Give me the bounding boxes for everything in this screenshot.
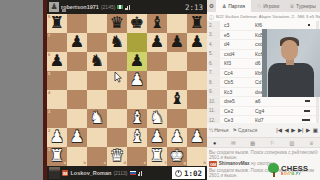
chat-tab-icon-6[interactable]: ♕ [309, 140, 314, 146]
white-move[interactable]: e5 [220, 32, 251, 38]
square-e6[interactable]: ♟ [127, 52, 147, 71]
square-d4[interactable] [107, 90, 127, 109]
panel-tab-label: Партия [228, 3, 245, 9]
top-player-name[interactable]: robertson1971 [61, 4, 99, 10]
mouse-cursor [114, 69, 123, 87]
system-message: Вы создали вызов. Поиск соперника с рейт… [209, 150, 318, 161]
move-number: 10. [207, 97, 220, 106]
game-controls: ½ Ничья ⚑ Сдаться |◀◀▶▶|▶▣ [207, 124, 320, 136]
black-pawn: ♟ [147, 32, 167, 52]
black-rook: ♜ [187, 13, 207, 33]
nav-next-button[interactable]: ▶ [291, 127, 295, 133]
rank-label: 5 [48, 72, 50, 76]
file-label: e [144, 161, 146, 165]
square-c1[interactable]: c [87, 147, 107, 166]
white-bishop: ♝ [127, 108, 147, 128]
white-move[interactable]: Кc3 [220, 89, 251, 95]
chat-tab-icon-4[interactable]: ⚐ [270, 140, 275, 146]
square-d1[interactable]: ♛d [107, 147, 127, 166]
bottom-player-title-badge: IM [62, 170, 68, 176]
gear-icon[interactable]: ⚙ [207, 0, 216, 12]
bottom-player-clock: 1:02 [172, 167, 205, 179]
bottom-player-name[interactable]: Loskov_Roman [70, 170, 111, 176]
chess-board[interactable]: ♜8♛♚♝♜7♟♞♟♟♟♟6♞♟5♟4♝3♞♝♞♟2♟♝♟♟♟♜1abc♛de♜… [47, 14, 207, 166]
square-f1[interactable]: ♜f [147, 147, 167, 166]
nav-first-button[interactable]: |◀ [276, 127, 282, 133]
move-number: 5. [207, 50, 220, 59]
square-c4[interactable] [87, 90, 107, 109]
white-pawn: ♟ [147, 127, 167, 147]
square-d8[interactable]: ♛ [107, 14, 127, 33]
move-time-bar [304, 110, 310, 112]
move-number: 6. [207, 59, 220, 68]
square-a6[interactable]: ♟6 [47, 52, 67, 71]
white-move[interactable]: Сc4 [220, 70, 251, 76]
streamer-torso [268, 63, 314, 97]
black-bishop: ♝ [167, 89, 187, 109]
white-pawn: ♟ [127, 70, 147, 90]
file-label: f [165, 161, 166, 165]
black-pawn: ♟ [167, 32, 187, 52]
black-move[interactable]: a6 [251, 98, 282, 104]
move-number: 11. [207, 107, 220, 116]
file-label: a [64, 161, 66, 165]
flag-icon: ⚑ [233, 127, 237, 133]
square-c2[interactable] [87, 128, 107, 147]
offer-draw-button[interactable]: ½ Ничья [209, 127, 229, 133]
offer-draw-label: Ничья [214, 127, 228, 133]
black-pawn: ♟ [127, 51, 147, 71]
white-pawn: ♟ [167, 127, 187, 147]
move-time-bar [305, 100, 310, 102]
rank-label: 3 [48, 110, 50, 114]
square-d2[interactable] [107, 128, 127, 147]
square-h1[interactable]: h [187, 147, 207, 166]
move-number: 12. [207, 116, 220, 123]
square-h6[interactable] [187, 52, 207, 71]
top-player-avatar: ♟ [49, 2, 59, 12]
move-number: 4. [207, 40, 220, 49]
white-move[interactable]: dxe5 [220, 98, 251, 104]
white-pawn: ♟ [67, 127, 87, 147]
square-c3[interactable]: ♞ [87, 109, 107, 128]
white-move[interactable]: Сe3 [220, 117, 251, 123]
webcam-video [262, 29, 320, 97]
move-number: 3. [207, 31, 220, 40]
square-f3[interactable]: ♞ [147, 109, 167, 128]
square-a8[interactable]: ♜8 [47, 14, 67, 33]
chat-tab-bar: ●✉▦⚐▥♕ [207, 137, 320, 148]
square-a7[interactable]: 7 [47, 33, 67, 52]
black-move[interactable]: Кd7 [251, 117, 282, 123]
nav-play-button[interactable]: ▶ [306, 127, 310, 133]
black-pawn: ♟ [67, 32, 87, 52]
panel-tab-icon: ♘ [257, 3, 262, 9]
nav-last-button[interactable]: ▶| [298, 127, 304, 133]
black-move[interactable]: Сg4 [251, 108, 282, 114]
square-g6[interactable] [167, 52, 187, 71]
resign-button[interactable]: ⚑ Сдаться [233, 127, 258, 133]
top-player-clock: 2:13 [185, 3, 205, 12]
panel-tab-3[interactable]: ♕Турниры [285, 0, 320, 12]
panel-tab-icon: ♟ [222, 3, 227, 9]
move-number: 9. [207, 88, 220, 97]
square-f5[interactable] [147, 71, 167, 90]
chat-tab-icon-5[interactable]: ▥ [289, 140, 294, 146]
square-b7[interactable]: ♟ [67, 33, 87, 52]
square-e8[interactable]: ♚ [127, 14, 147, 33]
panel-tab-label: Турниры [296, 3, 316, 9]
resign-label: Сдаться [238, 127, 257, 133]
square-e1[interactable]: e [127, 147, 147, 166]
square-b4[interactable] [67, 90, 87, 109]
square-a1[interactable]: ♜1a [47, 147, 67, 166]
move-number: 2. [207, 21, 220, 30]
opening-name: B22 Sicilian Defense: Alapin Variation, … [216, 14, 320, 19]
bottom-player-signal-icon [138, 171, 143, 176]
white-move[interactable]: cxd4 [220, 51, 251, 57]
square-h8[interactable]: ♜ [187, 14, 207, 33]
chat-tab-icon-2[interactable]: ✉ [231, 140, 236, 146]
square-g8[interactable] [167, 14, 187, 33]
bottom-player-rating: (2113) [113, 170, 127, 176]
square-c7[interactable] [87, 33, 107, 52]
square-g2[interactable]: ♟ [167, 128, 187, 147]
rank-label: 7 [48, 34, 50, 38]
white-bishop: ♝ [127, 127, 147, 147]
chat-username[interactable]: ShimanovMax [217, 161, 250, 166]
file-label: g [184, 161, 186, 165]
square-g5[interactable] [167, 71, 187, 90]
rank-label: 8 [48, 15, 50, 19]
square-b2[interactable]: ♟ [67, 128, 87, 147]
white-move[interactable]: Сe2 [220, 108, 251, 114]
bottom-player-clock-time: 1:02 [184, 169, 202, 178]
chat-settings-icon[interactable]: ⚙ [314, 149, 318, 155]
square-e2[interactable]: ♝ [127, 128, 147, 147]
square-h5[interactable] [187, 71, 207, 90]
black-knight: ♞ [107, 32, 127, 52]
half-point-icon: ½ [209, 127, 213, 133]
square-g7[interactable]: ♟ [167, 33, 187, 52]
book-icon: ⓘ [209, 14, 214, 20]
black-move[interactable]: Кf6 [251, 22, 282, 28]
rank-label: 1 [48, 148, 50, 152]
square-g1[interactable]: ♚g [167, 147, 187, 166]
panel-tab-icon: ♕ [289, 3, 294, 9]
square-f8[interactable]: ♝ [147, 14, 167, 33]
nav-prev-button[interactable]: ◀ [284, 127, 288, 133]
square-a2[interactable]: ♟2 [47, 128, 67, 147]
move-row: 11.Сe2Сg4 [207, 107, 320, 117]
stream-screen: ♟ robertson1971 (2145) 2:13 ♜8♛♚♝♜7♟♞♟♟♟… [0, 0, 320, 180]
tree-icon [267, 163, 280, 177]
top-player-rating: (2145) [101, 4, 115, 10]
white-knight: ♞ [147, 108, 167, 128]
square-h3[interactable] [187, 109, 207, 128]
bottom-player-flag [130, 171, 136, 175]
white-pawn: ♟ [187, 127, 207, 147]
black-bishop: ♝ [147, 13, 167, 33]
square-g3[interactable] [167, 109, 187, 128]
square-f4[interactable] [147, 90, 167, 109]
square-c5[interactable] [87, 71, 107, 90]
move-number: 8. [207, 78, 220, 87]
square-b5[interactable] [67, 71, 87, 90]
clock-icon [175, 170, 182, 177]
black-king: ♚ [127, 13, 147, 33]
move-row: 10.dxe5a6 [207, 97, 320, 107]
square-d7[interactable]: ♞ [107, 33, 127, 52]
white-move[interactable]: Кf3 [220, 60, 251, 66]
square-a4[interactable]: 4 [47, 90, 67, 109]
square-h4[interactable] [187, 90, 207, 109]
square-c8[interactable] [87, 14, 107, 33]
file-label: d [124, 161, 126, 165]
bottom-player-bar: IM Loskov_Roman (2113) 1:02 [47, 166, 207, 180]
file-label: c [104, 161, 106, 165]
square-b1[interactable]: b [67, 147, 87, 166]
top-player-signal-icon [125, 5, 130, 10]
streamer-face [281, 40, 298, 60]
square-g4[interactable]: ♝ [167, 90, 187, 109]
move-row: 12.Сe3Кd7 [207, 116, 320, 123]
black-pawn: ♟ [187, 32, 207, 52]
square-e3[interactable]: ♝ [127, 109, 147, 128]
bottom-player-avatar [49, 167, 60, 179]
square-e7[interactable] [127, 33, 147, 52]
rank-label: 2 [48, 129, 50, 133]
square-b6[interactable] [67, 52, 87, 71]
file-label: b [84, 161, 86, 165]
square-h2[interactable]: ♟ [187, 128, 207, 147]
square-a5[interactable]: 5 [47, 71, 67, 90]
top-player-bar: ♟ robertson1971 (2145) 2:13 [47, 0, 207, 14]
black-queen: ♛ [107, 13, 127, 33]
chat-tab-icon-1[interactable]: ● [213, 140, 216, 146]
white-move[interactable]: d4 [220, 41, 251, 47]
panel-tab-2[interactable]: ♘Игроки [251, 0, 286, 12]
square-b3[interactable] [67, 109, 87, 128]
panel-tab-label: Игроки [263, 3, 279, 9]
square-f6[interactable] [147, 52, 167, 71]
square-e5[interactable]: ♟ [127, 71, 147, 90]
square-f7[interactable]: ♟ [147, 33, 167, 52]
white-move[interactable]: c3 [220, 22, 251, 28]
file-label: h [204, 161, 206, 165]
move-time-bar [302, 119, 310, 121]
square-a3[interactable]: 3 [47, 109, 67, 128]
move-navigation: |◀◀▶▶|▶▣ [276, 127, 318, 133]
square-d3[interactable] [107, 109, 127, 128]
chat-tab-icon-3[interactable]: ▦ [250, 140, 255, 146]
move-number: 7. [207, 69, 220, 78]
top-player-flag [117, 5, 123, 9]
white-move[interactable]: Сb5 [220, 79, 251, 85]
black-knight: ♞ [87, 51, 107, 71]
square-f2[interactable]: ♟ [147, 128, 167, 147]
square-e4[interactable] [127, 90, 147, 109]
channel-logo: CHESS ВОИЛА.РУ [267, 163, 319, 177]
move-time-bar [308, 24, 310, 26]
square-b8[interactable] [67, 14, 87, 33]
square-h7[interactable]: ♟ [187, 33, 207, 52]
analysis-board-button[interactable]: ▣ [313, 127, 318, 133]
white-knight: ♞ [87, 108, 107, 128]
panel-tabs: ⚙ ♟Партия♘Игроки♕Турниры [207, 0, 320, 12]
panel-tab-1[interactable]: ♟Партия [216, 0, 251, 12]
square-c6[interactable]: ♞ [87, 52, 107, 71]
rank-label: 6 [48, 53, 50, 57]
rank-label: 4 [48, 91, 50, 95]
logo-title: CHESS [281, 165, 308, 172]
top-player-badge-icon [62, 9, 66, 12]
